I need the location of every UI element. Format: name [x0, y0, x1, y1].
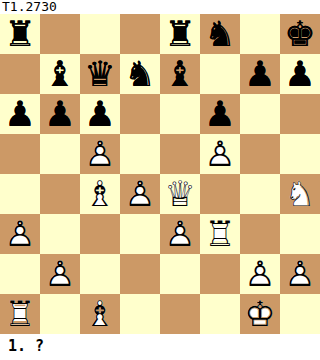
square-b4[interactable]	[40, 174, 80, 214]
piece-black-pawn: ♟♟	[240, 54, 280, 94]
piece-white-rook: ♜♖	[0, 294, 40, 334]
square-d2[interactable]	[120, 254, 160, 294]
square-h2[interactable]: ♟♙	[280, 254, 320, 294]
square-h8[interactable]: ♚♚	[280, 14, 320, 54]
piece-white-pawn: ♟♙	[240, 254, 280, 294]
square-a1[interactable]: ♜♖	[0, 294, 40, 334]
piece-black-rook: ♜♜	[0, 14, 40, 54]
square-g2[interactable]: ♟♙	[240, 254, 280, 294]
square-h6[interactable]	[280, 94, 320, 134]
piece-black-pawn: ♟♟	[80, 94, 120, 134]
piece-black-bishop: ♝♝	[40, 54, 80, 94]
square-g7[interactable]: ♟♟	[240, 54, 280, 94]
square-c4[interactable]: ♝♗	[80, 174, 120, 214]
piece-black-pawn: ♟♟	[40, 94, 80, 134]
piece-black-pawn: ♟♟	[0, 94, 40, 134]
piece-black-rook: ♜♜	[160, 14, 200, 54]
piece-white-pawn: ♟♙	[280, 254, 320, 294]
square-f5[interactable]: ♟♙	[200, 134, 240, 174]
square-a3[interactable]: ♟♙	[0, 214, 40, 254]
square-a6[interactable]: ♟♟	[0, 94, 40, 134]
piece-white-pawn: ♟♙	[160, 214, 200, 254]
square-f1[interactable]	[200, 294, 240, 334]
piece-white-pawn: ♟♙	[40, 254, 80, 294]
square-e8[interactable]: ♜♜	[160, 14, 200, 54]
square-f6[interactable]: ♟♟	[200, 94, 240, 134]
piece-white-pawn: ♟♙	[200, 134, 240, 174]
square-c5[interactable]: ♟♙	[80, 134, 120, 174]
square-c3[interactable]	[80, 214, 120, 254]
square-h3[interactable]	[280, 214, 320, 254]
square-b2[interactable]: ♟♙	[40, 254, 80, 294]
square-f4[interactable]	[200, 174, 240, 214]
square-a2[interactable]	[0, 254, 40, 294]
chess-board: ♜♜♜♜♞♞♚♚♝♝♛♛♞♞♝♝♟♟♟♟♟♟♟♟♟♟♟♟♟♙♟♙♝♗♟♙♛♕♞♘…	[0, 14, 320, 334]
square-a7[interactable]	[0, 54, 40, 94]
square-d7[interactable]: ♞♞	[120, 54, 160, 94]
piece-white-rook: ♜♖	[200, 214, 240, 254]
square-a8[interactable]: ♜♜	[0, 14, 40, 54]
square-g3[interactable]	[240, 214, 280, 254]
square-b8[interactable]	[40, 14, 80, 54]
square-h1[interactable]	[280, 294, 320, 334]
chess-app: T1.2730 ♜♜♜♜♞♞♚♚♝♝♛♛♞♞♝♝♟♟♟♟♟♟♟♟♟♟♟♟♟♙♟♙…	[0, 0, 320, 360]
square-b3[interactable]	[40, 214, 80, 254]
square-c7[interactable]: ♛♛	[80, 54, 120, 94]
square-f8[interactable]: ♞♞	[200, 14, 240, 54]
square-h7[interactable]: ♟♟	[280, 54, 320, 94]
piece-white-pawn: ♟♙	[80, 134, 120, 174]
piece-white-bishop: ♝♗	[80, 174, 120, 214]
piece-white-pawn: ♟♙	[120, 174, 160, 214]
square-g8[interactable]	[240, 14, 280, 54]
piece-black-knight: ♞♞	[200, 14, 240, 54]
square-a5[interactable]	[0, 134, 40, 174]
piece-white-bishop: ♝♗	[80, 294, 120, 334]
piece-black-king: ♚♚	[280, 14, 320, 54]
piece-white-pawn: ♟♙	[0, 214, 40, 254]
square-f7[interactable]	[200, 54, 240, 94]
square-a4[interactable]	[0, 174, 40, 214]
square-e3[interactable]: ♟♙	[160, 214, 200, 254]
square-g1[interactable]: ♚♔	[240, 294, 280, 334]
square-e1[interactable]	[160, 294, 200, 334]
square-c8[interactable]	[80, 14, 120, 54]
square-b6[interactable]: ♟♟	[40, 94, 80, 134]
square-b5[interactable]	[40, 134, 80, 174]
square-h4[interactable]: ♞♘	[280, 174, 320, 214]
piece-black-queen: ♛♛	[80, 54, 120, 94]
square-e4[interactable]: ♛♕	[160, 174, 200, 214]
square-c6[interactable]: ♟♟	[80, 94, 120, 134]
square-f2[interactable]	[200, 254, 240, 294]
piece-black-bishop: ♝♝	[160, 54, 200, 94]
piece-black-pawn: ♟♟	[200, 94, 240, 134]
square-b7[interactable]: ♝♝	[40, 54, 80, 94]
square-d6[interactable]	[120, 94, 160, 134]
square-g6[interactable]	[240, 94, 280, 134]
puzzle-id-title: T1.2730	[0, 0, 320, 14]
piece-black-pawn: ♟♟	[280, 54, 320, 94]
square-f3[interactable]: ♜♖	[200, 214, 240, 254]
square-d8[interactable]	[120, 14, 160, 54]
square-d5[interactable]	[120, 134, 160, 174]
square-g4[interactable]	[240, 174, 280, 214]
piece-black-knight: ♞♞	[120, 54, 160, 94]
square-e7[interactable]: ♝♝	[160, 54, 200, 94]
move-prompt: 1. ?	[0, 334, 320, 360]
square-d1[interactable]	[120, 294, 160, 334]
square-h5[interactable]	[280, 134, 320, 174]
square-c1[interactable]: ♝♗	[80, 294, 120, 334]
square-e6[interactable]	[160, 94, 200, 134]
square-d3[interactable]	[120, 214, 160, 254]
piece-white-king: ♚♔	[240, 294, 280, 334]
square-b1[interactable]	[40, 294, 80, 334]
square-e5[interactable]	[160, 134, 200, 174]
piece-white-knight: ♞♘	[280, 174, 320, 214]
square-e2[interactable]	[160, 254, 200, 294]
square-d4[interactable]: ♟♙	[120, 174, 160, 214]
square-c2[interactable]	[80, 254, 120, 294]
square-g5[interactable]	[240, 134, 280, 174]
piece-white-queen: ♛♕	[160, 174, 200, 214]
